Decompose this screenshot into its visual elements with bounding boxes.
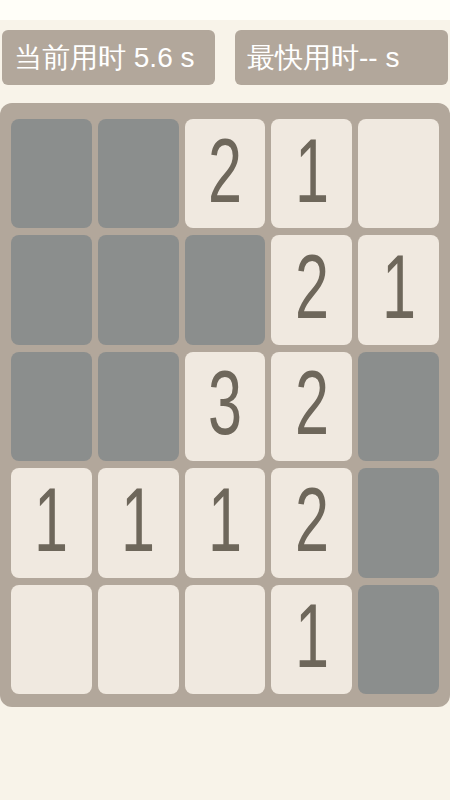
cell-digit: 1 [295, 126, 329, 222]
cell-r3c3: 3 [185, 352, 266, 461]
current-time-badge: 当前用时 5.6 s [2, 30, 215, 85]
cell-digit: 3 [208, 358, 242, 454]
best-time-badge: 最快用时-- s [235, 30, 448, 85]
cell-r5c3 [185, 585, 266, 694]
cell-r5c5[interactable] [358, 585, 439, 694]
cell-r1c1[interactable] [11, 119, 92, 228]
cell-r5c4: 1 [271, 585, 352, 694]
cell-r3c4: 2 [271, 352, 352, 461]
cell-r2c5: 1 [358, 235, 439, 344]
cell-r5c2 [98, 585, 179, 694]
cell-digit: 1 [34, 475, 68, 571]
cell-r4c5[interactable] [358, 468, 439, 577]
app-screen: 当前用时 5.6 s 最快用时-- s 21213211121 [0, 0, 450, 800]
cell-r4c2: 1 [98, 468, 179, 577]
cell-r1c5 [358, 119, 439, 228]
cell-digit: 1 [121, 475, 155, 571]
cell-r2c1[interactable] [11, 235, 92, 344]
cell-r2c3[interactable] [185, 235, 266, 344]
cell-digit: 2 [295, 475, 329, 571]
cell-r3c2[interactable] [98, 352, 179, 461]
cell-digit: 1 [382, 242, 416, 338]
cell-r1c2[interactable] [98, 119, 179, 228]
cell-r4c3: 1 [185, 468, 266, 577]
cell-digit: 2 [208, 126, 242, 222]
cell-r4c4: 2 [271, 468, 352, 577]
status-bar [0, 0, 450, 20]
cell-digit: 1 [295, 591, 329, 687]
cell-digit: 2 [295, 242, 329, 338]
cell-r2c2[interactable] [98, 235, 179, 344]
cell-digit: 2 [295, 358, 329, 454]
cell-r5c1 [11, 585, 92, 694]
timer-bar: 当前用时 5.6 s 最快用时-- s [2, 30, 448, 85]
minesweeper-board: 21213211121 [0, 103, 450, 707]
cell-r2c4: 2 [271, 235, 352, 344]
cell-r1c3: 2 [185, 119, 266, 228]
cell-r1c4: 1 [271, 119, 352, 228]
cell-digit: 1 [208, 475, 242, 571]
cell-r3c1[interactable] [11, 352, 92, 461]
cell-r3c5[interactable] [358, 352, 439, 461]
cell-r4c1: 1 [11, 468, 92, 577]
